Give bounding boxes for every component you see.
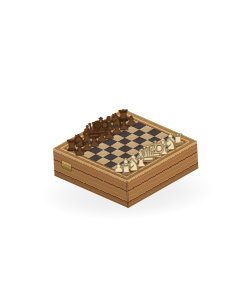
brass-latch: [62, 160, 72, 171]
product-photo: ♜♞♝♛♚♝♞♜♟♟♟♟♟♟♟♟♟♟♟♟♟♟♟♟♜♞♝♛♚♝♞♜: [0, 0, 240, 300]
